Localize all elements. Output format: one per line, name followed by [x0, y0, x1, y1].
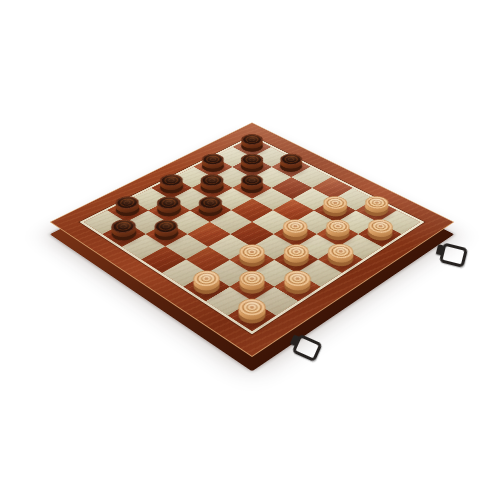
board-3d-wrapper	[50, 123, 454, 357]
latch-loop	[439, 242, 468, 267]
checkers-board	[50, 123, 454, 357]
board-playing-field	[79, 135, 424, 334]
square-r5c3[interactable]	[190, 199, 231, 222]
square-r8c8[interactable]	[228, 301, 275, 331]
light-checker[interactable]	[363, 224, 397, 244]
square-r4c4[interactable]	[231, 199, 272, 222]
light-checker[interactable]	[233, 304, 271, 328]
metal-latch-right	[435, 241, 466, 263]
light-checker[interactable]	[278, 224, 312, 244]
light-checker[interactable]	[360, 201, 393, 219]
product-photo-scene	[0, 0, 500, 500]
metal-latch-bottom	[289, 332, 321, 358]
